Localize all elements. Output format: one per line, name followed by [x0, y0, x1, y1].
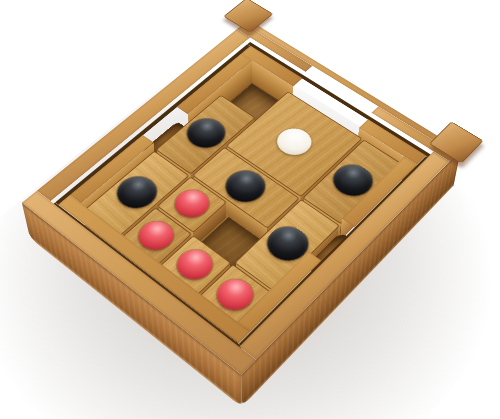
- box-corner-post-nw: [223, 0, 273, 33]
- white-dot: [270, 123, 318, 160]
- page: [0, 0, 500, 419]
- red-dot: [168, 185, 216, 223]
